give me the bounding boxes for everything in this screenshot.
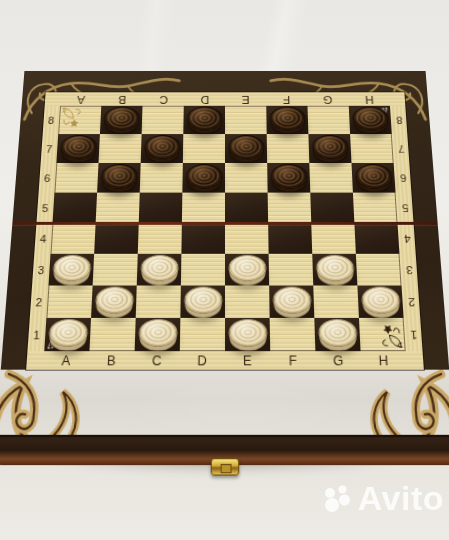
photo-background: ABCDEFGH8877665544332211ABCDEFGH (0, 0, 449, 540)
square-a6[interactable] (54, 163, 98, 193)
square-g8[interactable] (307, 106, 350, 134)
file-label-text: H (378, 353, 389, 368)
file-label-text: F (282, 93, 290, 106)
square-g1[interactable] (314, 318, 360, 351)
square-d5[interactable] (181, 193, 224, 223)
dark-piece[interactable] (351, 106, 388, 130)
square-h5[interactable] (352, 193, 397, 223)
rank-label-text: 1 (408, 328, 416, 341)
file-label: B (88, 351, 134, 370)
light-piece[interactable] (272, 286, 311, 313)
rank-label-text: 2 (406, 295, 414, 308)
file-label: E (225, 92, 266, 105)
rank-label: 2 (401, 286, 420, 318)
rank-label-text: 5 (41, 202, 49, 214)
square-g2[interactable] (313, 286, 359, 318)
avito-watermark-text: Avito (358, 479, 444, 518)
dark-piece[interactable] (227, 134, 263, 158)
light-piece[interactable] (183, 286, 221, 313)
file-label-text: G (332, 353, 343, 368)
file-label: B (101, 92, 143, 105)
light-piece[interactable] (94, 286, 133, 313)
square-g7[interactable] (308, 134, 351, 163)
frame-bottom-band (0, 370, 449, 435)
rank-label: 7 (40, 134, 58, 163)
avito-logo-icon (323, 484, 353, 514)
rank-label-text: 7 (45, 143, 52, 154)
file-label-text: B (106, 353, 116, 368)
square-a8[interactable] (58, 106, 101, 134)
rank-label: 4 (397, 223, 415, 254)
square-e6[interactable] (225, 163, 268, 193)
square-d2[interactable] (180, 286, 225, 318)
file-label-text: G (322, 93, 332, 106)
rank-label-text: 5 (400, 202, 408, 214)
square-h7[interactable] (350, 134, 394, 163)
rank-label-text: 3 (37, 263, 45, 275)
rank-label-text: 6 (398, 172, 406, 183)
square-a4[interactable] (50, 223, 95, 254)
rank-label-text: 8 (394, 114, 401, 125)
square-c1[interactable] (134, 318, 180, 351)
file-label: E (225, 351, 270, 370)
board-frame: ABCDEFGH8877665544332211ABCDEFGH (0, 71, 448, 370)
rank-label-text: 2 (35, 295, 43, 308)
brass-latch (210, 458, 239, 476)
dark-piece[interactable] (185, 163, 222, 188)
square-a2[interactable] (46, 286, 92, 318)
square-d4[interactable] (181, 223, 225, 254)
square-f6[interactable] (267, 163, 310, 193)
square-b2[interactable] (91, 286, 137, 318)
file-label-text: C (151, 353, 161, 368)
light-piece[interactable] (139, 254, 177, 281)
square-a7[interactable] (56, 134, 100, 163)
rank-label-text: 8 (47, 114, 54, 125)
square-c8[interactable] (141, 106, 183, 134)
square-h4[interactable] (354, 223, 399, 254)
square-b8[interactable] (99, 106, 142, 134)
frame-flourish-bottom-right-icon (296, 370, 449, 435)
square-h3[interactable] (355, 254, 401, 286)
square-h6[interactable] (351, 163, 395, 193)
square-f8[interactable] (266, 106, 308, 134)
square-g6[interactable] (309, 163, 353, 193)
file-label: H (360, 351, 406, 370)
rank-label: 3 (32, 254, 50, 286)
file-label-text: A (61, 353, 71, 368)
rank-label: 1 (27, 318, 46, 351)
file-label: F (270, 351, 316, 370)
light-piece[interactable] (317, 318, 357, 346)
file-label-text: F (288, 353, 297, 368)
file-label: A (60, 92, 102, 105)
border-corner (44, 92, 60, 105)
file-label-text: D (199, 93, 208, 106)
dark-piece[interactable] (354, 163, 392, 188)
rank-label-text: 4 (402, 232, 410, 244)
dark-piece[interactable] (100, 163, 137, 188)
square-b3[interactable] (92, 254, 137, 286)
rank-label: 5 (395, 193, 413, 223)
frame-flourish-bottom-left-icon (0, 370, 153, 435)
dark-piece[interactable] (186, 106, 222, 130)
board-front-edge (0, 435, 449, 465)
rank-label: 7 (391, 134, 409, 163)
square-e3[interactable] (225, 254, 269, 286)
square-h1[interactable] (358, 318, 405, 351)
square-d1[interactable] (179, 318, 224, 351)
file-label: F (266, 92, 307, 105)
square-e8[interactable] (225, 106, 267, 134)
dark-piece[interactable] (103, 106, 140, 130)
rank-label: 2 (29, 286, 48, 318)
rank-label: 6 (38, 163, 56, 193)
border-corner (26, 351, 44, 370)
square-e2[interactable] (225, 286, 270, 318)
square-b6[interactable] (97, 163, 141, 193)
rank-label: 3 (399, 254, 417, 286)
file-label: G (315, 351, 361, 370)
file-label-text: H (364, 93, 374, 106)
square-a5[interactable] (52, 193, 97, 223)
square-c7[interactable] (140, 134, 183, 163)
checkers-board: ABCDEFGH8877665544332211ABCDEFGH (0, 71, 449, 465)
rank-label-text: 6 (43, 172, 51, 183)
file-label: D (183, 92, 224, 105)
rank-label-text: 7 (396, 143, 403, 154)
light-piece[interactable] (228, 254, 266, 281)
square-d7[interactable] (182, 134, 224, 163)
file-label-text: E (241, 93, 250, 106)
file-label-text: B (117, 93, 126, 106)
square-ornament-icon (59, 107, 85, 129)
square-d8[interactable] (183, 106, 225, 134)
file-label: C (142, 92, 183, 105)
square-c6[interactable] (139, 163, 182, 193)
square-ornament-icon (375, 323, 404, 349)
file-label: A (43, 351, 89, 370)
square-f4[interactable] (268, 223, 312, 254)
file-label-text: E (242, 353, 251, 368)
square-a1[interactable] (44, 318, 91, 351)
square-f3[interactable] (268, 254, 313, 286)
file-label: G (307, 92, 349, 105)
rank-label: 4 (34, 223, 52, 254)
dark-piece[interactable] (59, 134, 96, 158)
light-piece[interactable] (51, 254, 90, 281)
rank-label: 1 (403, 318, 422, 351)
square-h2[interactable] (357, 286, 403, 318)
light-piece[interactable] (360, 286, 400, 313)
square-c5[interactable] (138, 193, 182, 223)
rank-label-text: 3 (404, 263, 412, 275)
square-g3[interactable] (312, 254, 357, 286)
rank-label-text: 4 (39, 232, 47, 244)
square-c2[interactable] (135, 286, 180, 318)
avito-watermark: Avito (323, 479, 444, 518)
square-g4[interactable] (311, 223, 356, 254)
square-b5[interactable] (95, 193, 139, 223)
file-label: C (134, 351, 180, 370)
square-c3[interactable] (136, 254, 181, 286)
square-g5[interactable] (310, 193, 354, 223)
rank-label: 8 (42, 106, 59, 134)
light-piece[interactable] (47, 318, 87, 346)
square-f5[interactable] (267, 193, 311, 223)
square-c4[interactable] (137, 223, 181, 254)
square-f1[interactable] (269, 318, 315, 351)
light-piece[interactable] (137, 318, 176, 346)
rank-label: 8 (389, 106, 406, 134)
file-label-text: C (158, 93, 167, 106)
file-label-text: D (197, 353, 207, 368)
square-f7[interactable] (266, 134, 309, 163)
dark-piece[interactable] (311, 134, 348, 158)
square-b1[interactable] (89, 318, 135, 351)
border-corner (405, 351, 423, 370)
square-b4[interactable] (94, 223, 139, 254)
file-label-text: A (76, 93, 85, 106)
file-label: H (348, 92, 390, 105)
dark-piece[interactable] (143, 134, 180, 158)
rank-label: 5 (36, 193, 54, 223)
rank-label-text: 1 (32, 328, 40, 341)
square-d6[interactable] (182, 163, 225, 193)
board-scene: ABCDEFGH8877665544332211ABCDEFGH (0, 0, 449, 540)
dark-piece[interactable] (269, 106, 305, 130)
file-label: D (179, 351, 224, 370)
square-h8[interactable] (348, 106, 391, 134)
rank-label: 6 (393, 163, 411, 193)
dark-piece[interactable] (270, 163, 307, 188)
light-piece[interactable] (315, 254, 354, 281)
square-b7[interactable] (98, 134, 141, 163)
light-piece[interactable] (228, 318, 267, 346)
square-e4[interactable] (225, 223, 269, 254)
border-corner (389, 92, 405, 105)
board-grid: ABCDEFGH8877665544332211ABCDEFGH (26, 92, 424, 369)
square-e5[interactable] (225, 193, 268, 223)
board-hinge-seam (12, 222, 438, 225)
square-e7[interactable] (225, 134, 267, 163)
square-a3[interactable] (48, 254, 94, 286)
square-f2[interactable] (269, 286, 314, 318)
square-d3[interactable] (180, 254, 224, 286)
square-e1[interactable] (225, 318, 270, 351)
